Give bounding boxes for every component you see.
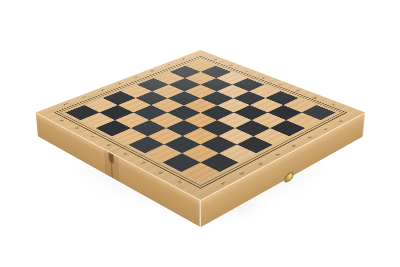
board-square-h1: [181, 163, 219, 182]
board-square-h3: [218, 145, 255, 163]
board-square-h5: [253, 128, 289, 145]
board-square-h7: [286, 113, 320, 128]
board-square-h6: [270, 120, 305, 136]
board-square-f3: [182, 128, 218, 145]
board-square-c1: [95, 120, 130, 136]
board-square-g3: [200, 136, 236, 153]
board-square-h2: [200, 153, 238, 172]
board-square-g6: [252, 113, 286, 128]
photo-background: abcdefgh abcdefgh 87654321 87654321: [0, 0, 400, 267]
board-square-f4: [200, 120, 235, 136]
board-square-d2: [130, 120, 165, 136]
board-square-f5: [217, 113, 251, 128]
board-square-g2: [182, 145, 219, 163]
board-square-d3: [148, 113, 182, 128]
board-square-b1: [80, 113, 114, 128]
board-square-c2: [114, 113, 148, 128]
board-square-f2: [164, 136, 200, 153]
chessboard: abcdefgh abcdefgh 87654321 87654321: [35, 50, 365, 200]
board-square-g5: [235, 120, 270, 136]
board-square-d1: [111, 128, 147, 145]
board-square-g4: [218, 128, 254, 145]
board-square-h4: [236, 136, 272, 153]
board-square-e3: [165, 120, 200, 136]
board-scene: abcdefgh abcdefgh 87654321 87654321: [84, 0, 317, 229]
board-square-e2: [147, 128, 183, 145]
board-square-e1: [128, 136, 164, 153]
board-square-g1: [162, 153, 200, 172]
board-top-face: abcdefgh abcdefgh 87654321 87654321: [35, 50, 365, 200]
board-square-f1: [145, 145, 182, 163]
clasp-icon: [284, 171, 293, 184]
board-square-e4: [183, 113, 217, 128]
